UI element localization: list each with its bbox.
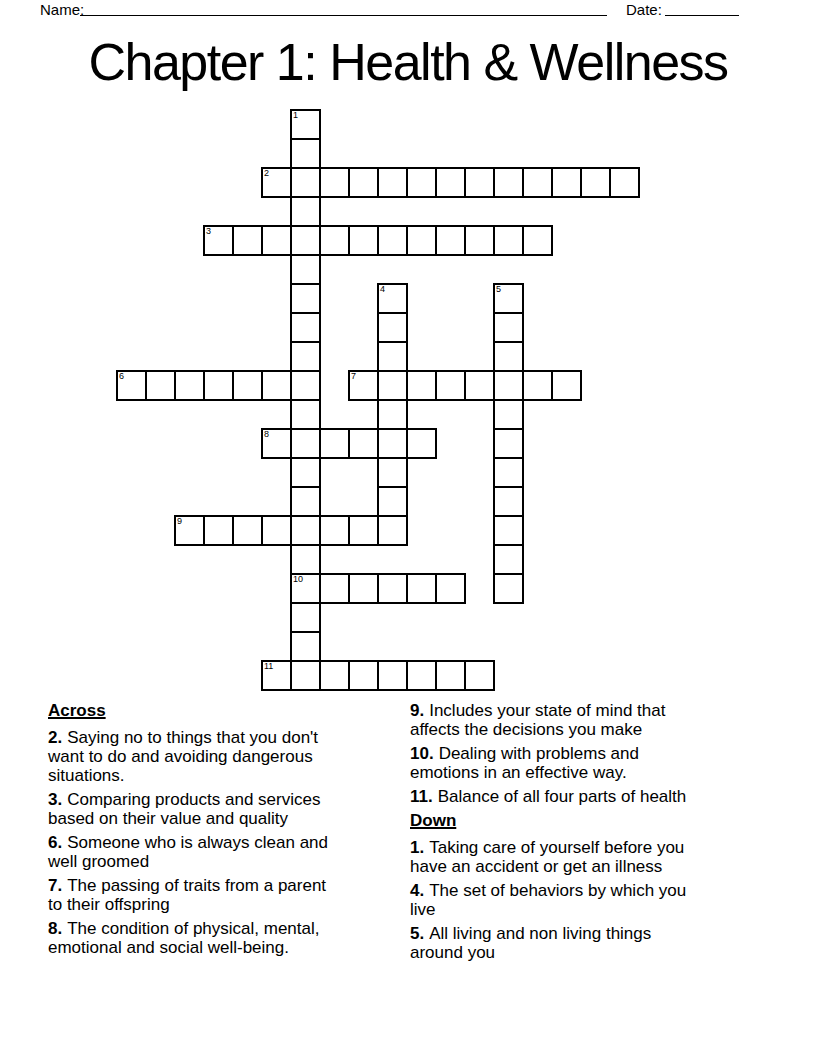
clue-across-8: 8.The condition of physical, mental, emo… xyxy=(48,919,403,957)
grid-cell-r16c9[interactable] xyxy=(378,574,407,603)
grid-cell-r16c8[interactable] xyxy=(349,574,378,603)
grid-cell-r16c10[interactable] xyxy=(407,574,436,603)
clue-text: Balance of all four parts of health xyxy=(438,787,687,806)
grid-cell-r0c6[interactable]: 1 xyxy=(291,110,320,139)
cell-number-4: 4 xyxy=(380,284,385,294)
grid-cell-r17c6[interactable] xyxy=(291,603,320,632)
grid-cell-r11c6[interactable] xyxy=(291,429,320,458)
clue-text: Dealing with problems and emotions in an… xyxy=(410,744,639,782)
name-label: Name: xyxy=(40,1,84,18)
clue-across-7: 7.The passing of traits from a parent to… xyxy=(48,876,403,914)
grid-cell-r10c9[interactable] xyxy=(378,400,407,429)
grid-cell-r7c9[interactable] xyxy=(378,313,407,342)
grid-cell-r5c6[interactable] xyxy=(291,255,320,284)
grid-cell-r6c6[interactable] xyxy=(291,284,320,313)
grid-cell-r2c6[interactable] xyxy=(291,168,320,197)
grid-cell-r4c10[interactable] xyxy=(407,226,436,255)
clue-down-1: 1.Taking care of yourself before you hav… xyxy=(410,838,765,876)
page-title: Chapter 1: Health & Wellness xyxy=(0,33,816,91)
grid-cell-r12c13[interactable] xyxy=(494,458,523,487)
grid-cell-r4c5[interactable] xyxy=(262,226,291,255)
grid-cell-r14c9[interactable] xyxy=(378,516,407,545)
grid-cell-r6c13[interactable]: 5 xyxy=(494,284,523,313)
grid-cell-r10c13[interactable] xyxy=(494,400,523,429)
grid-cell-r9c5[interactable] xyxy=(262,371,291,400)
clue-number-label: 4. xyxy=(410,881,424,900)
grid-cell-r4c11[interactable] xyxy=(436,226,465,255)
grid-cell-r9c8[interactable]: 7 xyxy=(349,371,378,400)
grid-cell-r13c6[interactable] xyxy=(291,487,320,516)
grid-cell-r19c7[interactable] xyxy=(320,661,349,690)
grid-cell-r1c6[interactable] xyxy=(291,139,320,168)
grid-cell-r14c7[interactable] xyxy=(320,516,349,545)
grid-cell-r9c10[interactable] xyxy=(407,371,436,400)
clue-number-label: 10. xyxy=(410,744,434,763)
grid-cell-r14c6[interactable] xyxy=(291,516,320,545)
grid-cell-r19c11[interactable] xyxy=(436,661,465,690)
grid-cell-r11c10[interactable] xyxy=(407,429,436,458)
grid-cell-r13c13[interactable] xyxy=(494,487,523,516)
clue-number-label: 9. xyxy=(410,701,424,720)
cell-number-8: 8 xyxy=(264,429,269,439)
clue-across-2: 2.Saying no to things that you don't wan… xyxy=(48,728,403,785)
grid-cell-r15c6[interactable] xyxy=(291,545,320,574)
grid-cell-r14c8[interactable] xyxy=(349,516,378,545)
grid-cell-r14c3[interactable] xyxy=(204,516,233,545)
clue-across-10: 10.Dealing with problems and emotions in… xyxy=(410,744,765,782)
grid-cell-r2c12[interactable] xyxy=(465,168,494,197)
grid-cell-r16c11[interactable] xyxy=(436,574,465,603)
grid-cell-r9c3[interactable] xyxy=(204,371,233,400)
grid-cell-r2c13[interactable] xyxy=(494,168,523,197)
grid-cell-r4c13[interactable] xyxy=(494,226,523,255)
clue-text: Saying no to things that you don't want … xyxy=(48,728,318,785)
grid-cell-r9c6[interactable] xyxy=(291,371,320,400)
grid-cell-r4c8[interactable] xyxy=(349,226,378,255)
grid-cell-r8c13[interactable] xyxy=(494,342,523,371)
crossword-grid: 1234567891011 xyxy=(117,110,639,690)
grid-cell-r11c5[interactable]: 8 xyxy=(262,429,291,458)
grid-cell-r4c7[interactable] xyxy=(320,226,349,255)
date-blank-line xyxy=(665,0,739,16)
grid-cell-r3c6[interactable] xyxy=(291,197,320,226)
grid-cell-r14c4[interactable] xyxy=(233,516,262,545)
grid-cell-r11c8[interactable] xyxy=(349,429,378,458)
grid-cell-r10c6[interactable] xyxy=(291,400,320,429)
down-heading: Down xyxy=(410,811,765,830)
grid-cell-r11c7[interactable] xyxy=(320,429,349,458)
grid-cell-r19c9[interactable] xyxy=(378,661,407,690)
clue-down-4: 4.The set of behaviors by which you live xyxy=(410,881,765,919)
grid-cell-r16c13[interactable] xyxy=(494,574,523,603)
clue-number-label: 11. xyxy=(410,787,433,806)
grid-cell-r4c4[interactable] xyxy=(233,226,262,255)
clue-number-label: 6. xyxy=(48,833,62,852)
grid-cell-r16c6[interactable]: 10 xyxy=(291,574,320,603)
clue-number-label: 8. xyxy=(48,919,62,938)
grid-cell-r9c14[interactable] xyxy=(523,371,552,400)
grid-cell-r7c13[interactable] xyxy=(494,313,523,342)
grid-cell-r4c9[interactable] xyxy=(378,226,407,255)
clue-text: Taking care of yourself before you have … xyxy=(410,838,684,876)
clue-number-label: 7. xyxy=(48,876,62,895)
grid-cell-r8c6[interactable] xyxy=(291,342,320,371)
grid-cell-r2c14[interactable] xyxy=(523,168,552,197)
date-label: Date: xyxy=(626,1,662,18)
grid-cell-r2c5[interactable]: 2 xyxy=(262,168,291,197)
clues-column-left: Across 2.Saying no to things that you do… xyxy=(48,701,403,962)
grid-cell-r7c6[interactable] xyxy=(291,313,320,342)
grid-cell-r9c2[interactable] xyxy=(175,371,204,400)
grid-cell-r9c9[interactable] xyxy=(378,371,407,400)
grid-cell-r13c9[interactable] xyxy=(378,487,407,516)
grid-cell-r9c11[interactable] xyxy=(436,371,465,400)
clue-text: Someone who is always clean and well gro… xyxy=(48,833,328,871)
grid-cell-r19c8[interactable] xyxy=(349,661,378,690)
clue-number-label: 5. xyxy=(410,924,424,943)
grid-cell-r19c10[interactable] xyxy=(407,661,436,690)
cell-number-10: 10 xyxy=(293,574,303,584)
grid-cell-r15c13[interactable] xyxy=(494,545,523,574)
cell-number-2: 2 xyxy=(264,168,269,178)
clue-text: Comparing products and services based on… xyxy=(48,790,320,828)
cell-number-6: 6 xyxy=(119,371,124,381)
grid-cell-r4c14[interactable] xyxy=(523,226,552,255)
clue-text: Includes your state of mind that affects… xyxy=(410,701,665,739)
grid-cell-r19c6[interactable] xyxy=(291,661,320,690)
grid-cell-r2c9[interactable] xyxy=(378,168,407,197)
grid-cell-r12c6[interactable] xyxy=(291,458,320,487)
grid-cell-r19c5[interactable]: 11 xyxy=(262,661,291,690)
grid-cell-r11c13[interactable] xyxy=(494,429,523,458)
grid-cell-r2c7[interactable] xyxy=(320,168,349,197)
cell-number-11: 11 xyxy=(264,661,273,671)
grid-cell-r2c11[interactable] xyxy=(436,168,465,197)
clue-text: All living and non living things around … xyxy=(410,924,651,962)
grid-cell-r16c7[interactable] xyxy=(320,574,349,603)
grid-cell-r2c10[interactable] xyxy=(407,168,436,197)
grid-cell-r6c9[interactable]: 4 xyxy=(378,284,407,313)
grid-cell-r9c0[interactable]: 6 xyxy=(117,371,146,400)
clue-number-label: 1. xyxy=(410,838,424,857)
cell-number-1: 1 xyxy=(293,110,298,120)
grid-cell-r9c12[interactable] xyxy=(465,371,494,400)
clue-number-label: 2. xyxy=(48,728,62,747)
clue-down-5: 5.All living and non living things aroun… xyxy=(410,924,765,962)
clue-text: The set of behaviors by which you live xyxy=(410,881,686,919)
grid-cell-r9c13[interactable] xyxy=(494,371,523,400)
grid-cell-r19c12[interactable] xyxy=(465,661,494,690)
grid-cell-r2c15[interactable] xyxy=(552,168,581,197)
grid-cell-r4c3[interactable]: 3 xyxy=(204,226,233,255)
grid-cell-r14c2[interactable]: 9 xyxy=(175,516,204,545)
cell-number-3: 3 xyxy=(206,226,211,236)
grid-cell-r4c12[interactable] xyxy=(465,226,494,255)
grid-cell-r2c17[interactable] xyxy=(610,168,639,197)
grid-cell-r2c8[interactable] xyxy=(349,168,378,197)
across-heading: Across xyxy=(48,701,403,720)
cell-number-9: 9 xyxy=(177,516,182,526)
grid-cell-r12c9[interactable] xyxy=(378,458,407,487)
grid-cell-r2c16[interactable] xyxy=(581,168,610,197)
worksheet-page: Name: Date: Chapter 1: Health & Wellness… xyxy=(0,0,816,1056)
clue-across-11: 11.Balance of all four parts of health xyxy=(410,787,765,806)
clue-text: The condition of physical, mental, emoti… xyxy=(48,919,320,957)
grid-cell-r4c6[interactable] xyxy=(291,226,320,255)
grid-cell-r11c9[interactable] xyxy=(378,429,407,458)
grid-cell-r14c5[interactable] xyxy=(262,516,291,545)
clue-across-9: 9.Includes your state of mind that affec… xyxy=(410,701,765,739)
clue-text: The passing of traits from a parent to t… xyxy=(48,876,326,914)
clues-column-right: 9.Includes your state of mind that affec… xyxy=(410,701,765,967)
cell-number-7: 7 xyxy=(351,371,356,381)
grid-cell-r9c15[interactable] xyxy=(552,371,581,400)
grid-cell-r14c13[interactable] xyxy=(494,516,523,545)
grid-cell-r18c6[interactable] xyxy=(291,632,320,661)
grid-cell-r9c1[interactable] xyxy=(146,371,175,400)
clue-across-6: 6.Someone who is always clean and well g… xyxy=(48,833,403,871)
name-blank-line xyxy=(80,0,607,16)
clue-number-label: 3. xyxy=(48,790,62,809)
grid-cell-r9c4[interactable] xyxy=(233,371,262,400)
clue-across-3: 3.Comparing products and services based … xyxy=(48,790,403,828)
grid-cell-r8c9[interactable] xyxy=(378,342,407,371)
cell-number-5: 5 xyxy=(496,284,501,294)
